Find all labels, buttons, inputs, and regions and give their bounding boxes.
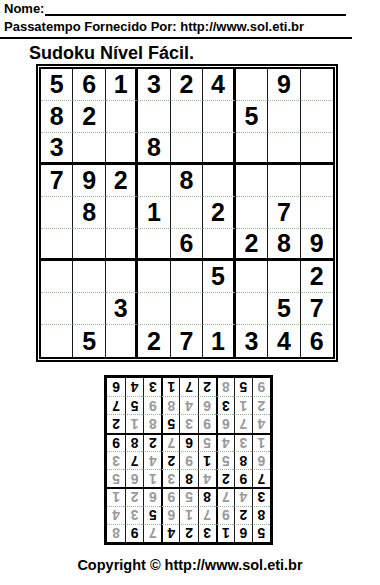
board-cell-r5c3	[106, 197, 138, 229]
solution-cell-r1c6: 4	[161, 524, 179, 542]
solution-cell-r5c6: 2	[161, 451, 179, 469]
solution-cell-r7c9: 2	[107, 414, 125, 432]
solution-cell-r9c9: 6	[107, 378, 125, 396]
solution-cell-r2c9: 4	[107, 506, 125, 524]
board-cell-r1c1: 5	[41, 69, 73, 101]
board-cell-r2c5	[171, 101, 203, 133]
board-cell-r1c8: 9	[268, 69, 300, 101]
board-cell-r5c5	[171, 197, 203, 229]
board-cell-r9c7: 3	[236, 325, 268, 357]
board-cell-r7c1	[41, 261, 73, 293]
solution-board-rotated-180: 5613247988297165343478596217924831656851…	[104, 375, 273, 545]
solution-cell-r5c9: 3	[107, 451, 125, 469]
board-cell-r1c9	[301, 69, 333, 101]
board-cell-r7c6: 5	[203, 261, 235, 293]
solution-cell-r5c7: 4	[143, 451, 161, 469]
solution-cell-r3c8: 2	[125, 487, 143, 505]
solution-cell-r4c8: 6	[125, 469, 143, 487]
board-cell-r5c6: 2	[203, 197, 235, 229]
board-cell-r3c6	[203, 133, 235, 165]
board-cell-r5c7	[236, 197, 268, 229]
solution-cell-r4c7: 1	[143, 469, 161, 487]
solution-cell-r5c5: 9	[179, 451, 197, 469]
solution-cell-r6c4: 5	[198, 433, 216, 451]
solution-cell-r3c5: 5	[179, 487, 197, 505]
solution-cell-r5c3: 5	[216, 451, 234, 469]
solution-cell-r9c4: 2	[198, 378, 216, 396]
solution-cell-r8c8: 5	[125, 396, 143, 414]
solution-cell-r4c4: 4	[198, 469, 216, 487]
solution-cell-r5c1: 6	[252, 451, 270, 469]
solution-cell-r8c1: 2	[252, 396, 270, 414]
solution-cell-r7c2: 7	[234, 414, 252, 432]
board-cell-r8c3: 3	[106, 293, 138, 325]
solution-cell-r9c5: 7	[179, 378, 197, 396]
board-cell-r4c1: 7	[41, 165, 73, 197]
solution-cell-r3c1: 3	[252, 487, 270, 505]
solution-cell-r8c6: 8	[161, 396, 179, 414]
solution-cell-r6c6: 7	[161, 433, 179, 451]
solution-cell-r3c2: 4	[234, 487, 252, 505]
board-cell-r6c7: 2	[236, 229, 268, 261]
board-cell-r3c3	[106, 133, 138, 165]
board-cell-r3c8	[268, 133, 300, 165]
solution-cell-r2c1: 8	[252, 506, 270, 524]
board-cell-r9c1	[41, 325, 73, 357]
solution-cell-r4c9: 5	[107, 469, 125, 487]
solution-cell-r6c7: 2	[143, 433, 161, 451]
board-cell-r2c6	[203, 101, 235, 133]
solution-cell-r8c5: 4	[179, 396, 197, 414]
solution-cell-r7c8: 1	[125, 414, 143, 432]
solution-cell-r8c7: 9	[143, 396, 161, 414]
board-cell-r7c5	[171, 261, 203, 293]
board-cell-r7c8	[268, 261, 300, 293]
solution-cell-r5c4: 1	[198, 451, 216, 469]
board-cell-r9c5: 7	[171, 325, 203, 357]
solution-cell-r2c2: 2	[234, 506, 252, 524]
board-cell-r6c3	[106, 229, 138, 261]
board-cell-r7c9: 2	[301, 261, 333, 293]
board-cell-r5c8: 7	[268, 197, 300, 229]
board-cell-r9c3	[106, 325, 138, 357]
page-title: Sudoku Nível Fácil.	[29, 43, 194, 64]
board-cell-r3c1: 3	[41, 133, 73, 165]
board-cell-r6c1	[41, 229, 73, 261]
solution-cell-r9c2: 5	[234, 378, 252, 396]
solution-cell-r8c2: 1	[234, 396, 252, 414]
provided-by-text: Passatempo Fornecido Por: http://www.sol…	[0, 19, 352, 39]
board-cell-r2c3	[106, 101, 138, 133]
board-cell-r2c7: 5	[236, 101, 268, 133]
solution-cell-r6c9: 9	[107, 433, 125, 451]
board-cell-r4c6	[203, 165, 235, 197]
solution-cell-r1c2: 6	[234, 524, 252, 542]
board-cell-r6c8: 8	[268, 229, 300, 261]
board-cell-r3c9	[301, 133, 333, 165]
board-cell-r6c9: 9	[301, 229, 333, 261]
copyright-text: Copyright © http://www.sol.eti.br	[0, 557, 380, 573]
board-cell-r3c7	[236, 133, 268, 165]
board-cell-r5c2: 8	[73, 197, 105, 229]
board-cell-r8c9: 7	[301, 293, 333, 325]
solution-cell-r5c2: 8	[234, 451, 252, 469]
solution-cell-r1c8: 9	[125, 524, 143, 542]
board-cell-r8c5	[171, 293, 203, 325]
solution-cell-r8c3: 3	[216, 396, 234, 414]
solution-cell-r4c2: 9	[234, 469, 252, 487]
solution-cell-r3c3: 7	[216, 487, 234, 505]
board-cell-r1c4: 3	[138, 69, 170, 101]
solution-cell-r1c7: 7	[143, 524, 161, 542]
board-cell-r4c3: 2	[106, 165, 138, 197]
solution-cell-r3c6: 9	[161, 487, 179, 505]
solution-cell-r4c1: 7	[252, 469, 270, 487]
board-cell-r4c8	[268, 165, 300, 197]
board-cell-r9c4: 2	[138, 325, 170, 357]
board-cell-r8c7	[236, 293, 268, 325]
solution-cell-r4c5: 8	[179, 469, 197, 487]
board-cell-r5c1	[41, 197, 73, 229]
solution-cell-r1c1: 5	[252, 524, 270, 542]
solution-cell-r7c4: 9	[198, 414, 216, 432]
solution-cell-r9c3: 8	[216, 378, 234, 396]
solution-cell-r3c9: 1	[107, 487, 125, 505]
board-cell-r7c2	[73, 261, 105, 293]
board-cell-r4c4	[138, 165, 170, 197]
solution-cell-r6c3: 4	[216, 433, 234, 451]
solution-cell-r7c1: 4	[252, 414, 270, 432]
solution-cell-r7c5: 3	[179, 414, 197, 432]
board-cell-r6c2	[73, 229, 105, 261]
solution-cell-r2c4: 7	[198, 506, 216, 524]
board-cell-r2c1: 8	[41, 101, 73, 133]
board-cell-r4c7	[236, 165, 268, 197]
solution-cell-r4c6: 3	[161, 469, 179, 487]
solution-cell-r2c7: 5	[143, 506, 161, 524]
board-cell-r5c4: 1	[138, 197, 170, 229]
solution-cell-r9c7: 3	[143, 378, 161, 396]
board-cell-r3c4: 8	[138, 133, 170, 165]
board-cell-r6c5: 6	[171, 229, 203, 261]
solution-cell-r3c4: 8	[198, 487, 216, 505]
board-cell-r4c2: 9	[73, 165, 105, 197]
board-cell-r6c6	[203, 229, 235, 261]
solution-cell-r6c5: 6	[179, 433, 197, 451]
board-cell-r1c2: 6	[73, 69, 105, 101]
solution-cell-r6c1: 1	[252, 433, 270, 451]
board-cell-r8c4	[138, 293, 170, 325]
solution-cell-r9c6: 1	[161, 378, 179, 396]
solution-cell-r1c3: 1	[216, 524, 234, 542]
board-cell-r7c3	[106, 261, 138, 293]
board-cell-r3c2	[73, 133, 105, 165]
solution-cell-r8c9: 7	[107, 396, 125, 414]
solution-cell-r2c5: 1	[179, 506, 197, 524]
name-label: Nome:	[4, 1, 44, 16]
board-cell-r2c2: 2	[73, 101, 105, 133]
board-cell-r3c5	[171, 133, 203, 165]
board-cell-r8c6	[203, 293, 235, 325]
solution-cell-r6c2: 3	[234, 433, 252, 451]
solution-cell-r7c6: 5	[161, 414, 179, 432]
board-cell-r1c6: 4	[203, 69, 235, 101]
board-cell-r1c5: 2	[171, 69, 203, 101]
board-cell-r4c5: 8	[171, 165, 203, 197]
board-cell-r9c8: 4	[268, 325, 300, 357]
name-row: Nome:	[4, 1, 346, 16]
board-cell-r2c8	[268, 101, 300, 133]
solution-cell-r7c7: 8	[143, 414, 161, 432]
board-cell-r7c7	[236, 261, 268, 293]
solution-cell-r2c3: 9	[216, 506, 234, 524]
solution-cell-r9c8: 4	[125, 378, 143, 396]
board-cell-r5c9	[301, 197, 333, 229]
solution-cell-r2c6: 6	[161, 506, 179, 524]
board-cell-r2c9	[301, 101, 333, 133]
solution-cell-r2c8: 3	[125, 506, 143, 524]
solution-cell-r7c3: 6	[216, 414, 234, 432]
board-cell-r9c2: 5	[73, 325, 105, 357]
board-cell-r9c9: 6	[301, 325, 333, 357]
solution-cell-r5c8: 7	[125, 451, 143, 469]
board-cell-r8c1	[41, 293, 73, 325]
board-cell-r1c7	[236, 69, 268, 101]
board-cell-r4c9	[301, 165, 333, 197]
solution-cell-r8c4: 6	[198, 396, 216, 414]
solution-cell-r6c8: 8	[125, 433, 143, 451]
board-cell-r8c2	[73, 293, 105, 325]
solution-cell-r1c4: 3	[198, 524, 216, 542]
solution-cell-r1c5: 2	[179, 524, 197, 542]
solution-cell-r1c9: 8	[107, 524, 125, 542]
board-cell-r1c3: 1	[106, 69, 138, 101]
solution-cell-r9c1: 9	[252, 378, 270, 396]
board-cell-r8c8: 5	[268, 293, 300, 325]
board-cell-r2c4	[138, 101, 170, 133]
solution-cell-r3c7: 6	[143, 487, 161, 505]
name-blank-line	[45, 2, 346, 16]
board-cell-r9c6: 1	[203, 325, 235, 357]
board-cell-r7c4	[138, 261, 170, 293]
sudoku-board: 561324982538792881276289523575271346	[36, 64, 338, 362]
solution-cell-r4c3: 2	[216, 469, 234, 487]
board-cell-r6c4	[138, 229, 170, 261]
